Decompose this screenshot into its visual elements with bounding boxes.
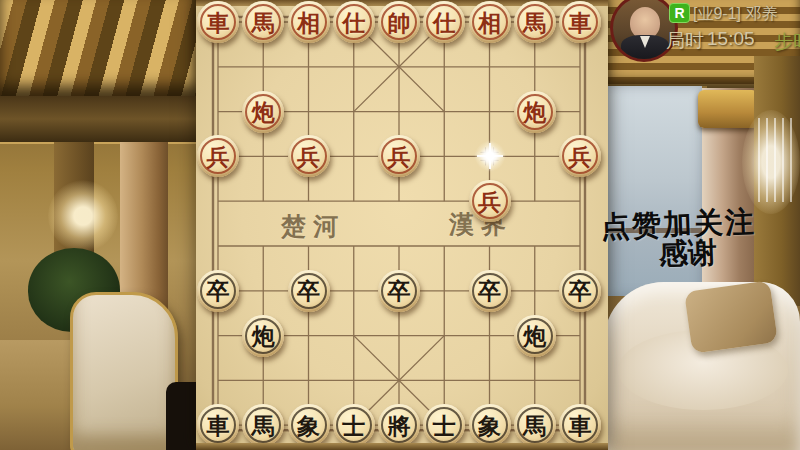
piece-glyph: 兵 bbox=[207, 145, 230, 168]
piece-glyph: 仕 bbox=[342, 11, 365, 34]
piece-black-車[interactable]: 車 bbox=[197, 404, 239, 446]
piece-glyph: 象 bbox=[297, 414, 320, 437]
piece-glyph: 車 bbox=[569, 414, 592, 437]
dark-object bbox=[166, 382, 196, 450]
piece-glyph: 相 bbox=[297, 11, 320, 34]
gold-capital bbox=[698, 90, 758, 128]
board-edge-bottom bbox=[196, 443, 608, 450]
piece-glyph: 馬 bbox=[252, 11, 275, 34]
pieces-grid: 車馬相仕帥仕相馬車炮炮兵兵兵兵兵卒卒卒卒卒炮炮車馬象士將士象馬車 bbox=[195, 0, 602, 448]
piece-black-馬[interactable]: 馬 bbox=[514, 404, 556, 446]
piece-glyph: 馬 bbox=[523, 414, 546, 437]
piece-red-兵[interactable]: 兵 bbox=[469, 180, 511, 222]
piece-glyph: 兵 bbox=[297, 145, 320, 168]
game-clock-value: 15:05 bbox=[707, 28, 755, 50]
piece-glyph: 卒 bbox=[388, 279, 411, 302]
game-clock-label: 局时 bbox=[666, 28, 704, 54]
piece-red-車[interactable]: 車 bbox=[197, 1, 239, 43]
chandelier-left bbox=[48, 180, 118, 252]
piece-glyph: 車 bbox=[207, 11, 230, 34]
piece-black-將[interactable]: 將 bbox=[378, 404, 420, 446]
piece-glyph: 士 bbox=[433, 414, 456, 437]
piece-glyph: 兵 bbox=[478, 190, 501, 213]
piece-black-卒[interactable]: 卒 bbox=[197, 270, 239, 312]
piece-black-卒[interactable]: 卒 bbox=[559, 270, 601, 312]
piece-red-仕[interactable]: 仕 bbox=[423, 1, 465, 43]
piece-glyph: 馬 bbox=[523, 11, 546, 34]
piece-red-兵[interactable]: 兵 bbox=[197, 135, 239, 177]
piece-red-帥[interactable]: 帥 bbox=[378, 1, 420, 43]
piece-red-仕[interactable]: 仕 bbox=[333, 1, 375, 43]
piece-glyph: 兵 bbox=[569, 145, 592, 168]
piece-red-相[interactable]: 相 bbox=[469, 1, 511, 43]
piece-glyph: 車 bbox=[569, 11, 592, 34]
baroque-chair bbox=[70, 292, 178, 450]
piece-glyph: 卒 bbox=[569, 279, 592, 302]
piece-black-士[interactable]: 士 bbox=[333, 404, 375, 446]
last-move-sparkle bbox=[475, 141, 505, 171]
piece-red-車[interactable]: 車 bbox=[559, 1, 601, 43]
piece-glyph: 相 bbox=[478, 11, 501, 34]
piece-glyph: 將 bbox=[388, 414, 411, 437]
piece-black-車[interactable]: 車 bbox=[559, 404, 601, 446]
piece-black-士[interactable]: 士 bbox=[423, 404, 465, 446]
piece-red-兵[interactable]: 兵 bbox=[559, 135, 601, 177]
piece-black-卒[interactable]: 卒 bbox=[378, 270, 420, 312]
piece-glyph: 炮 bbox=[252, 100, 275, 123]
piece-glyph: 車 bbox=[207, 414, 230, 437]
piece-glyph: 卒 bbox=[297, 279, 320, 302]
piece-glyph: 象 bbox=[478, 414, 501, 437]
piece-black-卒[interactable]: 卒 bbox=[469, 270, 511, 312]
piece-black-象[interactable]: 象 bbox=[288, 404, 330, 446]
piece-glyph: 帥 bbox=[388, 11, 411, 34]
piece-black-馬[interactable]: 馬 bbox=[242, 404, 284, 446]
gold-pillow bbox=[684, 280, 778, 353]
piece-red-馬[interactable]: 馬 bbox=[514, 1, 556, 43]
move-clock-label: 步时 bbox=[774, 29, 800, 55]
piece-glyph: 馬 bbox=[252, 414, 275, 437]
piece-black-炮[interactable]: 炮 bbox=[242, 315, 284, 357]
piece-black-象[interactable]: 象 bbox=[469, 404, 511, 446]
piece-glyph: 士 bbox=[342, 414, 365, 437]
piece-black-炮[interactable]: 炮 bbox=[514, 315, 556, 357]
piece-black-卒[interactable]: 卒 bbox=[288, 270, 330, 312]
chandelier-crystals bbox=[752, 118, 796, 202]
mirror-band bbox=[0, 96, 196, 144]
piece-glyph: 卒 bbox=[478, 279, 501, 302]
xiangqi-board[interactable]: 楚河 漢界 車馬相仕帥仕相馬車炮炮兵兵兵兵兵卒卒卒卒卒炮炮車馬象士將士象馬車 bbox=[196, 0, 608, 450]
player-name: [业9-1] 邓养 bbox=[693, 4, 777, 25]
piece-red-相[interactable]: 相 bbox=[288, 1, 330, 43]
piece-glyph: 兵 bbox=[388, 145, 411, 168]
gold-ceiling bbox=[0, 0, 196, 96]
piece-red-兵[interactable]: 兵 bbox=[288, 135, 330, 177]
stream-frame: 楚河 漢界 車馬相仕帥仕相馬車炮炮兵兵兵兵兵卒卒卒卒卒炮炮車馬象士將士象馬車 R… bbox=[0, 0, 800, 450]
rank-badge: R bbox=[669, 3, 690, 23]
piece-glyph: 卒 bbox=[207, 279, 230, 302]
piece-red-炮[interactable]: 炮 bbox=[242, 91, 284, 133]
piece-glyph: 仕 bbox=[433, 11, 456, 34]
piece-red-兵[interactable]: 兵 bbox=[378, 135, 420, 177]
follow-banner-line2: 感谢 bbox=[639, 232, 736, 275]
piece-glyph: 炮 bbox=[523, 100, 546, 123]
piece-red-炮[interactable]: 炮 bbox=[514, 91, 556, 133]
piece-glyph: 炮 bbox=[252, 324, 275, 347]
marble-floor bbox=[0, 340, 80, 450]
piece-glyph: 炮 bbox=[523, 324, 546, 347]
piece-red-馬[interactable]: 馬 bbox=[242, 1, 284, 43]
